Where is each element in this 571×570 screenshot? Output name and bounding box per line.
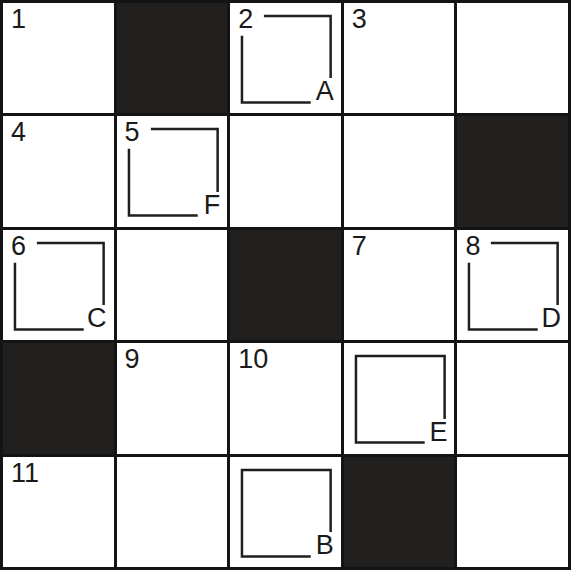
clue-number: 8 — [465, 232, 480, 262]
black-cell — [117, 3, 228, 113]
black-cell — [457, 116, 568, 226]
white-cell[interactable]: E — [344, 343, 455, 453]
white-cell[interactable] — [457, 343, 568, 453]
white-cell[interactable]: 4 — [3, 116, 114, 226]
white-cell[interactable]: A2 — [230, 3, 341, 113]
white-cell[interactable]: 1 — [3, 3, 114, 113]
white-cell[interactable] — [117, 457, 228, 567]
white-cell[interactable]: 3 — [344, 3, 455, 113]
clue-number: 3 — [352, 5, 367, 35]
white-cell[interactable] — [344, 116, 455, 226]
white-cell[interactable]: 11 — [3, 457, 114, 567]
white-cell[interactable] — [457, 457, 568, 567]
clue-number: 9 — [125, 345, 140, 375]
marker-letter: E — [427, 419, 447, 446]
marker-letter: D — [539, 305, 561, 332]
marker-letter: F — [202, 192, 221, 219]
black-cell — [344, 457, 455, 567]
marker-letter: C — [85, 305, 107, 332]
white-cell[interactable]: 10 — [230, 343, 341, 453]
clue-number: 1 — [11, 5, 26, 35]
crossword-board: 1A234F5C67D8910E11B — [0, 0, 571, 570]
marker-letter: A — [314, 78, 334, 105]
white-cell[interactable]: C6 — [3, 230, 114, 340]
clue-number: 10 — [238, 345, 268, 375]
black-cell — [3, 343, 114, 453]
white-cell[interactable]: D8 — [457, 230, 568, 340]
clue-number: 11 — [11, 459, 39, 489]
white-cell[interactable] — [230, 116, 341, 226]
white-cell[interactable] — [457, 3, 568, 113]
clue-number: 6 — [11, 232, 26, 262]
white-cell[interactable] — [117, 230, 228, 340]
marker-letter: B — [314, 532, 334, 559]
clue-number: 7 — [352, 232, 367, 262]
white-cell[interactable]: 9 — [117, 343, 228, 453]
clue-number: 2 — [238, 5, 253, 35]
white-cell[interactable]: 7 — [344, 230, 455, 340]
clue-number: 5 — [125, 118, 140, 148]
white-cell[interactable]: F5 — [117, 116, 228, 226]
clue-number: 4 — [11, 118, 26, 148]
white-cell[interactable]: B — [230, 457, 341, 567]
black-cell — [230, 230, 341, 340]
